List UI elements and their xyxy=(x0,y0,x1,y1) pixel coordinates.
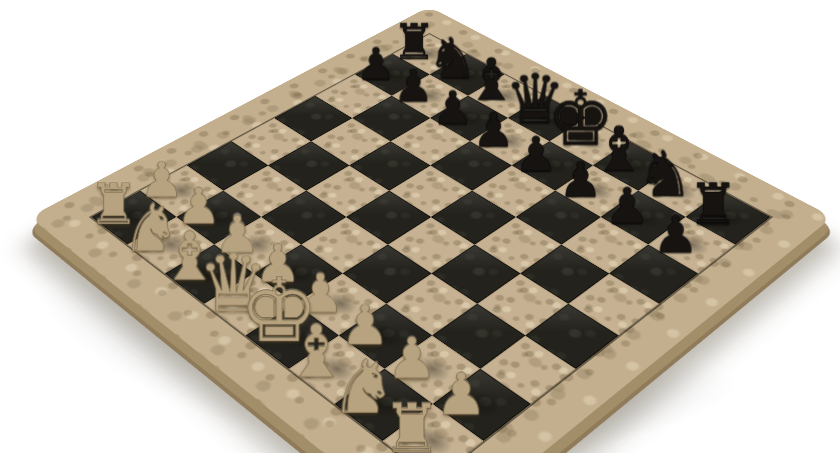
square-a4[interactable] xyxy=(232,118,311,165)
white-rook-h1[interactable]: ♜ xyxy=(376,397,448,453)
scene: ♜♞♝♛♚♝♞♜♟♟♟♟♟♟♟♟♟♟♟♟♟♟♟♟♜♞♝♛♚♝♞♜ xyxy=(0,0,840,453)
board-grid: ♜♞♝♛♚♝♞♜♟♟♟♟♟♟♟♟♟♟♟♟♟♟♟♟♜♞♝♛♚♝♞♜ xyxy=(92,34,771,453)
board-3d-wrapper: ♜♞♝♛♚♝♞♜♟♟♟♟♟♟♟♟♟♟♟♟♟♟♟♟♜♞♝♛♚♝♞♜ xyxy=(29,7,832,453)
chess-board: ♜♞♝♛♚♝♞♜♟♟♟♟♟♟♟♟♟♟♟♟♟♟♟♟♜♞♝♛♚♝♞♜ xyxy=(29,7,832,453)
black-pawn-h7[interactable]: ♟ xyxy=(645,210,707,259)
